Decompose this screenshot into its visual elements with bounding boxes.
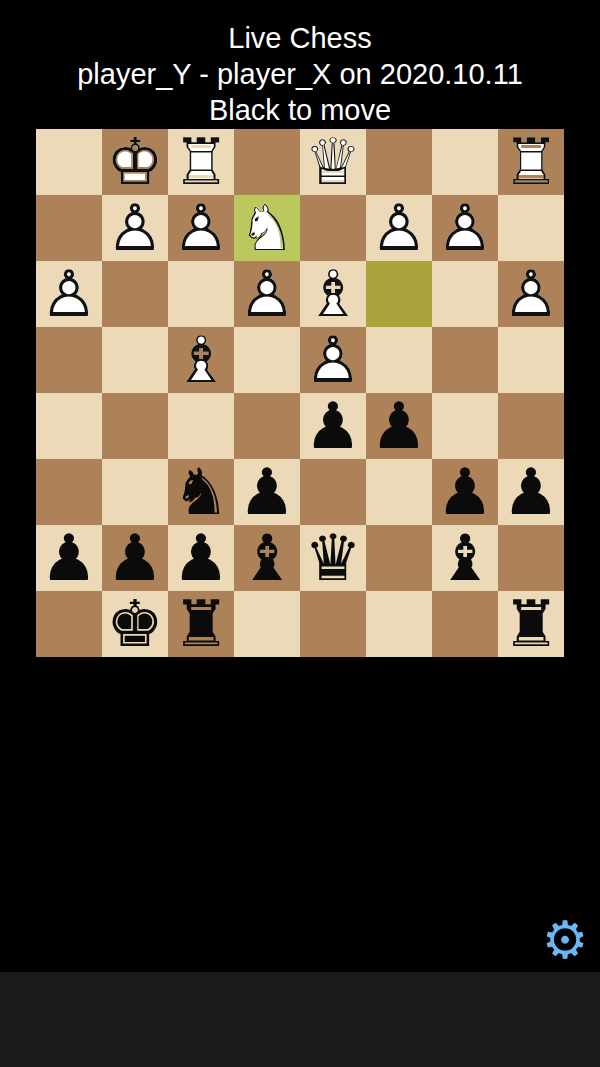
live-chess-screen: Live Chess player_Y - player_X on 2020.1… (0, 0, 600, 1067)
square-c3[interactable] (366, 261, 432, 327)
black-bishop[interactable]: ♝ (432, 525, 498, 591)
bottom-bar (0, 972, 600, 1067)
square-f2[interactable]: ♟♙ (168, 195, 234, 261)
square-e1[interactable] (234, 129, 300, 195)
square-f5[interactable] (168, 393, 234, 459)
square-c8[interactable] (366, 591, 432, 657)
white-queen-outline: ♕ (300, 129, 366, 195)
square-a4[interactable] (498, 327, 564, 393)
square-f1[interactable]: ♜♖ (168, 129, 234, 195)
header: Live Chess player_Y - player_X on 2020.1… (0, 20, 600, 128)
white-bishop-outline: ♗ (168, 327, 234, 393)
square-b2[interactable]: ♟♙ (432, 195, 498, 261)
square-h1[interactable] (36, 129, 102, 195)
black-pawn[interactable]: ♟ (234, 459, 300, 525)
white-pawn-outline: ♙ (234, 261, 300, 327)
square-a2[interactable] (498, 195, 564, 261)
square-e3[interactable]: ♟♙ (234, 261, 300, 327)
turn-status: Black to move (0, 92, 600, 128)
square-h6[interactable] (36, 459, 102, 525)
black-pawn[interactable]: ♟ (498, 459, 564, 525)
square-b1[interactable] (432, 129, 498, 195)
white-bishop-outline: ♗ (300, 261, 366, 327)
square-g4[interactable] (102, 327, 168, 393)
square-e4[interactable] (234, 327, 300, 393)
white-rook-outline: ♖ (498, 129, 564, 195)
square-c1[interactable] (366, 129, 432, 195)
square-b4[interactable] (432, 327, 498, 393)
black-knight[interactable]: ♞ (168, 459, 234, 525)
square-a7[interactable] (498, 525, 564, 591)
black-rook[interactable]: ♜ (498, 591, 564, 657)
square-a3[interactable]: ♟♙ (498, 261, 564, 327)
square-f7[interactable]: ♟ (168, 525, 234, 591)
square-d3[interactable]: ♝♗ (300, 261, 366, 327)
square-a8[interactable]: ♜ (498, 591, 564, 657)
square-g8[interactable]: ♚ (102, 591, 168, 657)
square-c2[interactable]: ♟♙ (366, 195, 432, 261)
square-d4[interactable]: ♟♙ (300, 327, 366, 393)
page-title: Live Chess (0, 20, 600, 56)
square-b6[interactable]: ♟ (432, 459, 498, 525)
square-g7[interactable]: ♟ (102, 525, 168, 591)
square-e8[interactable] (234, 591, 300, 657)
square-b3[interactable] (432, 261, 498, 327)
square-f8[interactable]: ♜ (168, 591, 234, 657)
square-c7[interactable] (366, 525, 432, 591)
square-f4[interactable]: ♝♗ (168, 327, 234, 393)
chess-board: ♚♔♜♖♛♕♜♖♟♙♟♙♞♘♟♙♟♙♟♙♟♙♝♗♟♙♝♗♟♙♟♟♞♟♟♟♟♟♟♝… (36, 129, 564, 657)
square-g5[interactable] (102, 393, 168, 459)
square-g3[interactable] (102, 261, 168, 327)
square-d5[interactable]: ♟ (300, 393, 366, 459)
square-d2[interactable] (300, 195, 366, 261)
square-e2[interactable]: ♞♘ (234, 195, 300, 261)
black-bishop[interactable]: ♝ (234, 525, 300, 591)
square-e7[interactable]: ♝ (234, 525, 300, 591)
square-g6[interactable] (102, 459, 168, 525)
square-d7[interactable]: ♛ (300, 525, 366, 591)
square-d8[interactable] (300, 591, 366, 657)
white-pawn-outline: ♙ (432, 195, 498, 261)
square-a1[interactable]: ♜♖ (498, 129, 564, 195)
game-subtitle: player_Y - player_X on 2020.10.11 (0, 56, 600, 92)
square-h2[interactable] (36, 195, 102, 261)
white-pawn-outline: ♙ (36, 261, 102, 327)
square-h7[interactable]: ♟ (36, 525, 102, 591)
white-knight-outline: ♘ (234, 195, 300, 261)
black-pawn[interactable]: ♟ (168, 525, 234, 591)
square-f6[interactable]: ♞ (168, 459, 234, 525)
square-f3[interactable] (168, 261, 234, 327)
black-pawn[interactable]: ♟ (36, 525, 102, 591)
square-c6[interactable] (366, 459, 432, 525)
square-h8[interactable] (36, 591, 102, 657)
square-e5[interactable] (234, 393, 300, 459)
white-pawn-outline: ♙ (102, 195, 168, 261)
black-pawn[interactable]: ♟ (300, 393, 366, 459)
square-g2[interactable]: ♟♙ (102, 195, 168, 261)
black-pawn[interactable]: ♟ (102, 525, 168, 591)
white-pawn-outline: ♙ (300, 327, 366, 393)
square-d1[interactable]: ♛♕ (300, 129, 366, 195)
white-king-outline: ♔ (102, 129, 168, 195)
square-h5[interactable] (36, 393, 102, 459)
square-b8[interactable] (432, 591, 498, 657)
black-pawn[interactable]: ♟ (366, 393, 432, 459)
square-b5[interactable] (432, 393, 498, 459)
square-e6[interactable]: ♟ (234, 459, 300, 525)
square-h3[interactable]: ♟♙ (36, 261, 102, 327)
square-a5[interactable] (498, 393, 564, 459)
white-pawn-outline: ♙ (498, 261, 564, 327)
square-d6[interactable] (300, 459, 366, 525)
square-a6[interactable]: ♟ (498, 459, 564, 525)
white-pawn-outline: ♙ (168, 195, 234, 261)
white-pawn-outline: ♙ (366, 195, 432, 261)
black-queen[interactable]: ♛ (300, 525, 366, 591)
square-b7[interactable]: ♝ (432, 525, 498, 591)
square-c5[interactable]: ♟ (366, 393, 432, 459)
white-rook-outline: ♖ (168, 129, 234, 195)
black-rook[interactable]: ♜ (168, 591, 234, 657)
black-king[interactable]: ♚ (102, 591, 168, 657)
square-h4[interactable] (36, 327, 102, 393)
settings-gear-icon[interactable]: ⚙ (541, 914, 589, 966)
square-g1[interactable]: ♚♔ (102, 129, 168, 195)
square-c4[interactable] (366, 327, 432, 393)
black-pawn[interactable]: ♟ (432, 459, 498, 525)
